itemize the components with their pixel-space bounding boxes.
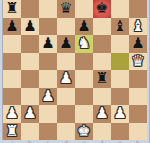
black-pawn[interactable]: ♟ (77, 18, 90, 33)
square-b8[interactable] (21, 0, 39, 18)
file-label-g: g (111, 140, 129, 143)
file-coordinates-strip: abcdefgh (3, 140, 147, 143)
square-h2[interactable] (129, 105, 147, 123)
square-a2[interactable]: ♟ (3, 105, 21, 123)
square-d1[interactable] (57, 123, 75, 141)
square-e4[interactable] (75, 70, 93, 88)
square-a5[interactable] (3, 53, 21, 71)
square-h5[interactable]: ♛ (129, 53, 147, 71)
file-label-f: f (93, 140, 111, 143)
white-queen[interactable]: ♛ (131, 53, 144, 68)
white-bishop[interactable]: ♝ (131, 18, 144, 33)
square-f7[interactable] (93, 18, 111, 36)
square-e8[interactable] (75, 0, 93, 18)
file-label-h: h (129, 140, 147, 143)
square-a6[interactable] (3, 35, 21, 53)
file-label-c: c (39, 140, 57, 143)
black-bishop[interactable]: ♝ (113, 18, 126, 33)
black-pawn[interactable]: ♟ (59, 36, 72, 51)
chess-board: ♜♛♚♟♟♟♝♝♟♟♞♟♛♟♜♟♟♟♟♟♜♚ (3, 0, 147, 140)
square-g8[interactable] (111, 0, 129, 18)
square-a7[interactable]: ♟ (3, 18, 21, 36)
black-pawn[interactable]: ♟ (5, 18, 18, 33)
square-e5[interactable] (75, 53, 93, 71)
square-f2[interactable]: ♟ (93, 105, 111, 123)
white-pawn[interactable]: ♟ (5, 106, 18, 121)
square-c2[interactable] (39, 105, 57, 123)
file-label-b: b (21, 140, 39, 143)
square-c3[interactable]: ♟ (39, 88, 57, 106)
square-g1[interactable] (111, 123, 129, 141)
square-d7[interactable] (57, 18, 75, 36)
square-d8[interactable]: ♛ (57, 0, 75, 18)
square-e7[interactable]: ♟ (75, 18, 93, 36)
square-g3[interactable] (111, 88, 129, 106)
white-rook[interactable]: ♜ (5, 123, 18, 138)
square-f8[interactable]: ♚ (93, 0, 111, 18)
white-king[interactable]: ♚ (77, 123, 90, 138)
square-c8[interactable] (39, 0, 57, 18)
page-background: ♜♛♚♟♟♟♝♝♟♟♞♟♛♟♜♟♟♟♟♟♜♚ abcdefgh (0, 0, 149, 143)
white-pawn[interactable]: ♟ (59, 71, 72, 86)
white-pawn[interactable]: ♟ (41, 88, 54, 103)
square-g7[interactable]: ♝ (111, 18, 129, 36)
square-e3[interactable] (75, 88, 93, 106)
square-b1[interactable] (21, 123, 39, 141)
square-c1[interactable] (39, 123, 57, 141)
square-e6[interactable]: ♞ (75, 35, 93, 53)
black-rook[interactable]: ♜ (95, 71, 108, 86)
square-h4[interactable] (129, 70, 147, 88)
square-d4[interactable]: ♟ (57, 70, 75, 88)
square-c6[interactable]: ♟ (39, 35, 57, 53)
square-b4[interactable] (21, 70, 39, 88)
black-pawn[interactable]: ♟ (131, 36, 144, 51)
square-h3[interactable] (129, 88, 147, 106)
square-b5[interactable] (21, 53, 39, 71)
square-b6[interactable] (21, 35, 39, 53)
square-f5[interactable] (93, 53, 111, 71)
square-d5[interactable] (57, 53, 75, 71)
white-pawn[interactable]: ♟ (23, 106, 36, 121)
square-h1[interactable] (129, 123, 147, 141)
square-b7[interactable]: ♟ (21, 18, 39, 36)
file-label-d: d (57, 140, 75, 143)
square-d6[interactable]: ♟ (57, 35, 75, 53)
square-g5[interactable] (111, 53, 129, 71)
square-g4[interactable] (111, 70, 129, 88)
black-queen[interactable]: ♛ (59, 1, 72, 16)
black-pawn[interactable]: ♟ (41, 36, 54, 51)
square-c7[interactable] (39, 18, 57, 36)
square-e1[interactable]: ♚ (75, 123, 93, 141)
square-f4[interactable]: ♜ (93, 70, 111, 88)
black-pawn[interactable]: ♟ (23, 18, 36, 33)
white-knight[interactable]: ♞ (77, 36, 90, 51)
square-d3[interactable] (57, 88, 75, 106)
square-f1[interactable] (93, 123, 111, 141)
file-label-e: e (75, 140, 93, 143)
black-rook[interactable]: ♜ (5, 1, 18, 16)
square-g2[interactable]: ♟ (111, 105, 129, 123)
square-e2[interactable] (75, 105, 93, 123)
square-a3[interactable] (3, 88, 21, 106)
square-h7[interactable]: ♝ (129, 18, 147, 36)
white-pawn[interactable]: ♟ (95, 106, 108, 121)
square-f3[interactable] (93, 88, 111, 106)
file-label-a: a (3, 140, 21, 143)
square-b2[interactable]: ♟ (21, 105, 39, 123)
square-h6[interactable]: ♟ (129, 35, 147, 53)
square-h8[interactable] (129, 0, 147, 18)
square-c4[interactable] (39, 70, 57, 88)
page: { "game": "chess", "position": { "fen": … (0, 0, 150, 143)
square-d2[interactable] (57, 105, 75, 123)
square-g6[interactable] (111, 35, 129, 53)
square-c5[interactable] (39, 53, 57, 71)
square-a1[interactable]: ♜ (3, 123, 21, 141)
black-king[interactable]: ♚ (95, 1, 108, 16)
white-pawn[interactable]: ♟ (113, 106, 126, 121)
square-a8[interactable]: ♜ (3, 0, 21, 18)
square-a4[interactable] (3, 70, 21, 88)
square-b3[interactable] (21, 88, 39, 106)
square-f6[interactable] (93, 35, 111, 53)
